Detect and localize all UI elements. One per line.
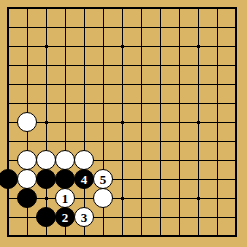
go-diagram: 45123 bbox=[0, 0, 247, 247]
grid-line-horizontal bbox=[8, 141, 236, 142]
star-point bbox=[197, 45, 200, 48]
star-point bbox=[121, 45, 124, 48]
stone-black bbox=[55, 169, 75, 189]
grid-line-vertical bbox=[179, 8, 180, 236]
stone-white bbox=[17, 112, 37, 132]
stone-white bbox=[74, 150, 94, 170]
stone-white-move-1: 1 bbox=[55, 188, 75, 208]
stone-white-move-5: 5 bbox=[93, 169, 113, 189]
stone-black bbox=[36, 169, 56, 189]
stone-black bbox=[36, 207, 56, 227]
stone-white bbox=[17, 169, 37, 189]
stone-black-move-4: 4 bbox=[74, 169, 94, 189]
stone-black bbox=[17, 188, 37, 208]
stone-black-move-2: 2 bbox=[55, 207, 75, 227]
stone-white bbox=[17, 150, 37, 170]
star-point bbox=[121, 121, 124, 124]
star-point bbox=[197, 197, 200, 200]
stone-white-move-3: 3 bbox=[74, 207, 94, 227]
grid-line-vertical bbox=[160, 8, 161, 236]
grid-line-vertical bbox=[141, 8, 142, 236]
grid-line-vertical bbox=[217, 8, 218, 236]
go-board[interactable]: 45123 bbox=[0, 0, 247, 247]
star-point bbox=[197, 121, 200, 124]
stone-white bbox=[36, 150, 56, 170]
star-point bbox=[45, 121, 48, 124]
star-point bbox=[45, 197, 48, 200]
stone-white bbox=[55, 150, 75, 170]
star-point bbox=[45, 45, 48, 48]
star-point bbox=[121, 197, 124, 200]
stone-white bbox=[93, 188, 113, 208]
